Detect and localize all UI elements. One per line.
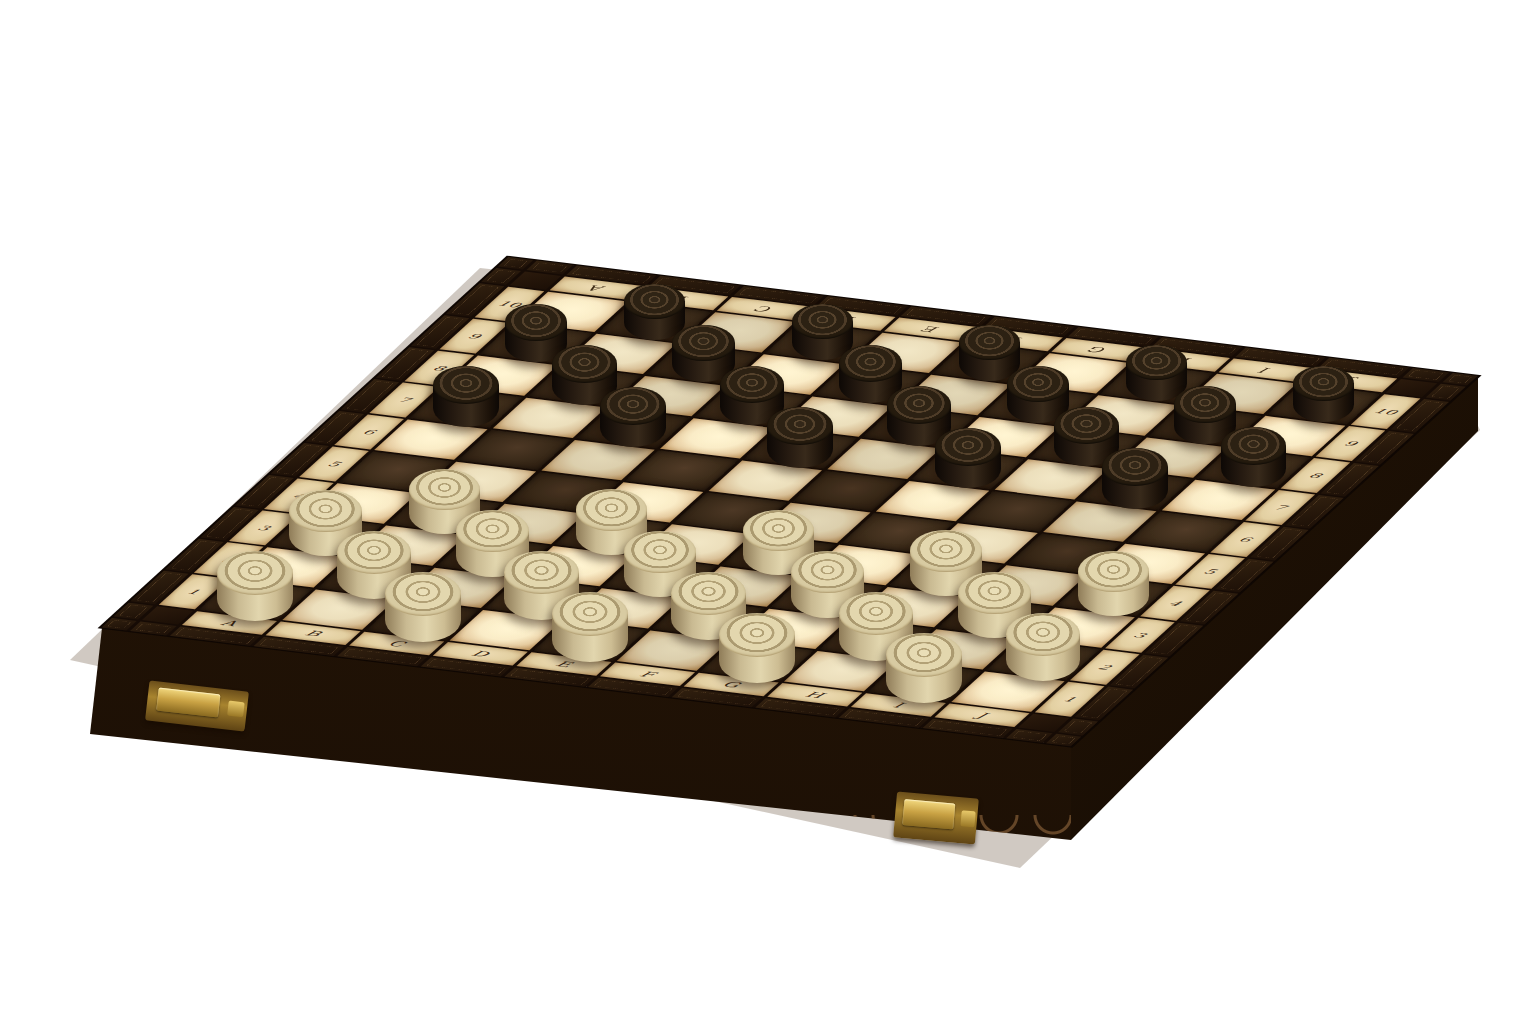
latch-lever xyxy=(902,800,955,830)
piece-top-face xyxy=(839,345,902,381)
piece-top-face xyxy=(576,489,647,530)
piece-top-face xyxy=(552,345,616,382)
piece-top-face xyxy=(600,387,666,425)
latch-catch xyxy=(227,701,245,717)
piece-top-face xyxy=(791,551,864,593)
piece-top-face xyxy=(433,366,499,404)
piece-top-face xyxy=(1007,366,1070,402)
piece-dark-e7[interactable] xyxy=(767,407,833,468)
piece-light-j2[interactable] xyxy=(1006,613,1081,682)
piece-light-e1[interactable] xyxy=(552,592,628,662)
piece-top-face xyxy=(792,304,853,339)
latch-catch xyxy=(961,810,976,828)
piece-top-face xyxy=(624,284,685,319)
piece-light-c1[interactable] xyxy=(385,572,461,642)
piece-dark-g7[interactable] xyxy=(935,428,1001,489)
piece-top-face xyxy=(385,572,461,616)
piece-top-face xyxy=(672,325,735,361)
piece-top-face xyxy=(505,304,568,340)
piece-top-face xyxy=(1102,448,1168,486)
pieces-layer xyxy=(0,0,1536,1024)
piece-dark-i7[interactable] xyxy=(1102,448,1168,509)
piece-top-face xyxy=(1293,366,1354,401)
piece-light-i1[interactable] xyxy=(886,633,962,703)
piece-dark-j8[interactable] xyxy=(1221,427,1285,486)
piece-top-face xyxy=(409,469,480,510)
piece-top-face xyxy=(671,572,746,615)
piece-top-face xyxy=(958,572,1031,614)
piece-top-face xyxy=(504,551,579,594)
piece-top-face xyxy=(1174,386,1237,422)
piece-top-face xyxy=(719,613,795,657)
piece-top-face xyxy=(959,325,1020,360)
piece-top-face xyxy=(289,490,362,532)
piece-top-face xyxy=(1078,551,1149,592)
piece-top-face xyxy=(720,366,784,403)
piece-top-face xyxy=(624,531,697,573)
piece-top-face xyxy=(743,510,814,551)
piece-dark-j10[interactable] xyxy=(1293,366,1354,422)
piece-dark-a7[interactable] xyxy=(433,366,499,427)
piece-light-j4[interactable] xyxy=(1078,551,1149,617)
product-photo: ABCDEFGHIJ1010998877665544332211ABCDEFGH… xyxy=(0,0,1536,1024)
piece-light-g1[interactable] xyxy=(719,613,795,683)
piece-top-face xyxy=(1221,427,1285,464)
piece-dark-c7[interactable] xyxy=(600,387,666,448)
piece-top-face xyxy=(887,386,951,423)
piece-top-face xyxy=(337,531,412,574)
piece-top-face xyxy=(910,530,981,571)
brass-latch-center[interactable] xyxy=(893,792,979,845)
piece-top-face xyxy=(456,510,529,552)
piece-top-face xyxy=(1006,613,1081,656)
piece-light-a1[interactable] xyxy=(217,551,293,621)
piece-top-face xyxy=(1054,407,1118,444)
piece-top-face xyxy=(935,428,1001,466)
